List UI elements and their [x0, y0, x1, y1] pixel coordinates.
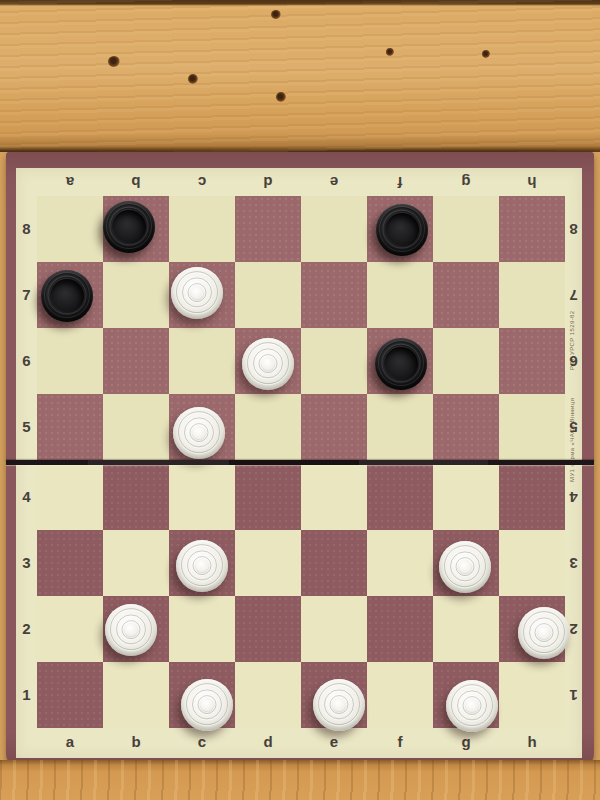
file-label-top-g: g	[433, 168, 499, 196]
square-e3[interactable]	[301, 530, 367, 596]
checker-well	[50, 279, 84, 313]
file-labels-bottom: abcdefgh	[37, 728, 565, 755]
checkers-board: abcdefgh abcdefgh 87654321 РСТ УРСР 1529…	[6, 152, 594, 768]
rank-label-left-6: 6	[16, 328, 37, 394]
rank-label-right-7: 7	[565, 262, 582, 328]
square-h1[interactable]	[499, 662, 565, 728]
file-label-bottom-e: e	[301, 728, 367, 755]
file-label-bottom-a: a	[37, 728, 103, 755]
wood-knot	[108, 56, 120, 67]
square-a8[interactable]	[37, 196, 103, 262]
checker-cap	[196, 559, 209, 572]
checker-cap	[193, 426, 206, 439]
wooden-table-top	[0, 0, 600, 152]
square-b3[interactable]	[103, 530, 169, 596]
rank-label-left-7: 7	[16, 262, 37, 328]
square-b7[interactable]	[103, 262, 169, 328]
white-checker-c3[interactable]	[176, 540, 228, 592]
white-checker-b2[interactable]	[105, 604, 157, 656]
black-checker-f6[interactable]	[375, 338, 427, 390]
file-label-bottom-b: b	[103, 728, 169, 755]
square-b4[interactable]	[103, 464, 169, 530]
checker-cap	[466, 699, 479, 712]
file-label-bottom-f: f	[367, 728, 433, 755]
square-e2[interactable]	[301, 596, 367, 662]
square-h7[interactable]	[499, 262, 565, 328]
rank-label-right-4: 4	[565, 464, 582, 530]
checker-well	[385, 213, 419, 247]
square-f4[interactable]	[367, 464, 433, 530]
rank-label-right-5: 5	[565, 394, 582, 460]
square-e5[interactable]	[301, 394, 367, 460]
wood-knot	[482, 50, 490, 58]
rank-label-left-1: 1	[16, 662, 37, 728]
square-a1[interactable]	[37, 662, 103, 728]
file-label-bottom-c: c	[169, 728, 235, 755]
square-h5[interactable]	[499, 394, 565, 460]
file-label-bottom-h: h	[499, 728, 565, 755]
square-e7[interactable]	[301, 262, 367, 328]
rank-label-right-8: 8	[565, 196, 582, 262]
rank-label-left-8: 8	[16, 196, 37, 262]
square-e4[interactable]	[301, 464, 367, 530]
wood-knot	[188, 74, 198, 84]
square-b6[interactable]	[103, 328, 169, 394]
rank-label-right-6: 6	[565, 328, 582, 394]
rank-label-right-1: 1	[565, 662, 582, 728]
checker-cap	[201, 698, 214, 711]
square-b5[interactable]	[103, 394, 169, 460]
checker-cap	[459, 560, 472, 573]
square-a3[interactable]	[37, 530, 103, 596]
wood-knot	[276, 92, 286, 102]
square-d3[interactable]	[235, 530, 301, 596]
file-label-top-b: b	[103, 168, 169, 196]
square-b1[interactable]	[103, 662, 169, 728]
white-checker-d6[interactable]	[242, 338, 294, 390]
photo-scene: abcdefgh abcdefgh 87654321 РСТ УРСР 1529…	[0, 0, 600, 800]
square-f2[interactable]	[367, 596, 433, 662]
square-h8[interactable]	[499, 196, 565, 262]
checker-cap	[262, 357, 275, 370]
square-a5[interactable]	[37, 394, 103, 460]
square-f7[interactable]	[367, 262, 433, 328]
square-c8[interactable]	[169, 196, 235, 262]
square-d1[interactable]	[235, 662, 301, 728]
file-label-bottom-d: d	[235, 728, 301, 755]
square-f3[interactable]	[367, 530, 433, 596]
white-checker-h2[interactable]	[518, 607, 570, 659]
square-h6[interactable]	[499, 328, 565, 394]
white-checker-c7[interactable]	[171, 267, 223, 319]
square-a2[interactable]	[37, 596, 103, 662]
square-g4[interactable]	[433, 464, 499, 530]
file-labels-top: abcdefgh	[37, 168, 565, 196]
rank-label-left-3: 3	[16, 530, 37, 596]
square-h4[interactable]	[499, 464, 565, 530]
wood-knot	[386, 48, 394, 56]
square-c6[interactable]	[169, 328, 235, 394]
square-g6[interactable]	[433, 328, 499, 394]
white-checker-c1[interactable]	[181, 679, 233, 731]
file-label-top-f: f	[367, 168, 433, 196]
checker-cap	[125, 623, 138, 636]
square-e6[interactable]	[301, 328, 367, 394]
square-d4[interactable]	[235, 464, 301, 530]
square-d7[interactable]	[235, 262, 301, 328]
square-g5[interactable]	[433, 394, 499, 460]
white-checker-g1[interactable]	[446, 680, 498, 732]
rank-label-right-3: 3	[565, 530, 582, 596]
square-e8[interactable]	[301, 196, 367, 262]
square-f1[interactable]	[367, 662, 433, 728]
checker-well	[384, 347, 418, 381]
white-checker-e1[interactable]	[313, 679, 365, 731]
board-fold-seam	[6, 460, 594, 465]
black-checker-f8[interactable]	[376, 204, 428, 256]
square-g2[interactable]	[433, 596, 499, 662]
file-label-top-a: a	[37, 168, 103, 196]
square-g7[interactable]	[433, 262, 499, 328]
square-c2[interactable]	[169, 596, 235, 662]
white-checker-g3[interactable]	[439, 541, 491, 593]
black-checker-a7[interactable]	[41, 270, 93, 322]
file-label-top-c: c	[169, 168, 235, 196]
wooden-floor	[0, 760, 600, 800]
checker-well	[112, 210, 146, 244]
file-label-top-h: h	[499, 168, 565, 196]
checker-cap	[333, 698, 346, 711]
file-label-top-e: e	[301, 168, 367, 196]
white-checker-c5[interactable]	[173, 407, 225, 459]
rank-label-left-4: 4	[16, 464, 37, 530]
square-d2[interactable]	[235, 596, 301, 662]
square-c4[interactable]	[169, 464, 235, 530]
rank-label-left-5: 5	[16, 394, 37, 460]
rank-label-left-2: 2	[16, 596, 37, 662]
square-d5[interactable]	[235, 394, 301, 460]
square-a6[interactable]	[37, 328, 103, 394]
file-label-top-d: d	[235, 168, 301, 196]
square-d8[interactable]	[235, 196, 301, 262]
square-f5[interactable]	[367, 394, 433, 460]
file-label-bottom-g: g	[433, 728, 499, 755]
square-a4[interactable]	[37, 464, 103, 530]
checker-cap	[191, 286, 204, 299]
black-checker-b8[interactable]	[103, 201, 155, 253]
square-g8[interactable]	[433, 196, 499, 262]
wood-knot	[271, 10, 281, 19]
checker-cap	[538, 626, 551, 639]
square-h3[interactable]	[499, 530, 565, 596]
